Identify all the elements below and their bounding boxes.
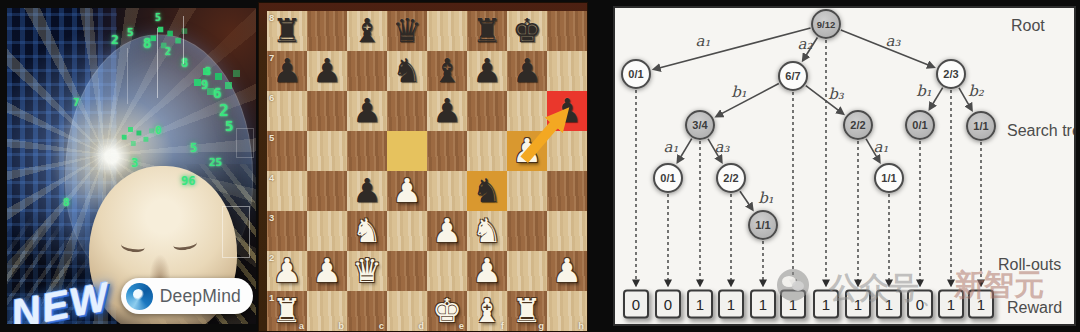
tree-node: 3/4 xyxy=(685,110,715,140)
watermark-separator: 、 xyxy=(922,286,940,310)
black-pawn: ♟ xyxy=(507,51,547,91)
file-label: d xyxy=(418,320,424,331)
square-a8: 8♜ xyxy=(267,11,307,51)
digital-number: 96 xyxy=(181,174,195,188)
edge-label-a₃: a₃ xyxy=(715,138,730,156)
square-c6: ♟ xyxy=(347,91,387,131)
square-e4 xyxy=(427,171,467,211)
square-h6: ♟ xyxy=(547,91,587,131)
circuit-line xyxy=(183,16,184,64)
white-pawn: ♟ xyxy=(467,251,507,291)
edge-label-b₂: b₂ xyxy=(968,82,984,100)
square-e2 xyxy=(427,251,467,291)
square-a6: 6 xyxy=(267,91,307,131)
digital-number: 8 xyxy=(143,35,151,51)
rank-label: 6 xyxy=(269,92,274,103)
white-pawn: ♟ xyxy=(267,251,307,291)
root-label: Root xyxy=(1011,17,1045,35)
file-label: h xyxy=(578,320,584,331)
digital-number: 5 xyxy=(127,26,134,39)
white-rook: ♜ xyxy=(267,291,307,331)
tree-node: 6/7 xyxy=(778,61,808,91)
square-f7: ♟ xyxy=(467,51,507,91)
square-c4: ♟ xyxy=(347,171,387,211)
square-c5 xyxy=(347,131,387,171)
rank-label: 5 xyxy=(269,132,274,143)
black-knight: ♞ xyxy=(467,171,507,211)
square-b2: ♟ xyxy=(307,251,347,291)
square-f1: f♝ xyxy=(467,291,507,331)
closed-eye-left xyxy=(120,238,145,253)
black-bishop: ♝ xyxy=(347,11,387,51)
square-f8: ♜ xyxy=(467,11,507,51)
pixel-cluster xyxy=(203,68,210,75)
black-pawn: ♟ xyxy=(347,171,387,211)
file-label: c xyxy=(379,320,384,331)
edge-label-b₁: b₁ xyxy=(916,82,932,100)
tree-node: 0/1 xyxy=(653,163,683,193)
digital-number: 2 xyxy=(111,32,119,47)
reward-box: 1 xyxy=(718,290,744,319)
square-f2: ♟ xyxy=(467,251,507,291)
deepmind-swirl-icon xyxy=(126,283,153,310)
white-pawn: ♟ xyxy=(427,211,467,251)
black-rook: ♜ xyxy=(267,11,307,51)
square-h3 xyxy=(547,211,587,251)
black-king: ♚ xyxy=(507,11,547,51)
square-e5 xyxy=(427,131,467,171)
reward-box: 1 xyxy=(750,290,776,319)
watermark-text-2: 新智元 xyxy=(954,265,1044,306)
edge-label-a₁: a₁ xyxy=(874,138,889,156)
square-f5 xyxy=(467,131,507,171)
closed-eye-right xyxy=(172,236,197,251)
tree-node: 1/1 xyxy=(748,210,778,240)
screenshot-stage: 25828962530573896255 NEW DeepMind 8♜♝♛♜♚… xyxy=(0,0,1080,332)
square-g6 xyxy=(507,91,547,131)
square-e7: ♝ xyxy=(427,51,467,91)
pixel-cluster xyxy=(158,27,164,33)
square-h1: h xyxy=(547,291,587,331)
square-a4: 4 xyxy=(267,171,307,211)
edge-label-a₂: a₂ xyxy=(798,35,813,53)
square-h2: ♟ xyxy=(547,251,587,291)
square-d6 xyxy=(387,91,427,131)
black-knight: ♞ xyxy=(387,51,427,91)
tree-node: 2/2 xyxy=(843,110,873,140)
digital-number: 8 xyxy=(63,196,70,209)
white-pawn: ♟ xyxy=(507,131,547,171)
white-king: ♚ xyxy=(427,291,467,331)
white-queen: ♛ xyxy=(347,251,387,291)
black-bishop: ♝ xyxy=(427,51,467,91)
square-f3: ♞ xyxy=(467,211,507,251)
black-pawn: ♟ xyxy=(347,91,387,131)
square-c7 xyxy=(347,51,387,91)
square-h5 xyxy=(547,131,587,171)
digital-number: 9 xyxy=(201,78,208,92)
root-node: 9/12 xyxy=(811,9,841,39)
edge-label-a₁: a₁ xyxy=(696,32,711,50)
digital-number: 5 xyxy=(190,141,197,155)
square-b8 xyxy=(307,11,347,51)
black-pawn: ♟ xyxy=(307,51,347,91)
white-knight: ♞ xyxy=(347,211,387,251)
square-e1: e♚ xyxy=(427,291,467,331)
square-d4: ♟ xyxy=(387,171,427,211)
circuit-line xyxy=(127,48,128,104)
digital-number: 6 xyxy=(213,85,221,101)
square-e8 xyxy=(427,11,467,51)
square-c3: ♞ xyxy=(347,211,387,251)
digital-number: 3 xyxy=(131,156,138,170)
square-e3: ♟ xyxy=(427,211,467,251)
rank-label: 3 xyxy=(269,212,274,223)
chess-board: 8♜♝♛♜♚7♟♟♞♝♟♟6♟♟♟5♟4♟♟♞3♞♟♞2♟♟♛♟♟1a♜bcde… xyxy=(267,11,587,331)
white-knight: ♞ xyxy=(467,211,507,251)
square-g7: ♟ xyxy=(507,51,547,91)
edge-label-b₁: b₁ xyxy=(731,83,747,101)
black-pawn: ♟ xyxy=(547,91,587,131)
square-b5 xyxy=(307,131,347,171)
square-h4 xyxy=(547,171,587,211)
square-d1: d xyxy=(387,291,427,331)
white-pawn: ♟ xyxy=(547,251,587,291)
white-bishop: ♝ xyxy=(467,291,507,331)
square-f4: ♞ xyxy=(467,171,507,211)
square-b1: b xyxy=(307,291,347,331)
circuit-box xyxy=(236,128,254,158)
circuit-box xyxy=(222,206,250,258)
deepmind-logo-text: DeepMind xyxy=(160,286,241,307)
square-h8 xyxy=(547,11,587,51)
white-rook: ♜ xyxy=(507,291,547,331)
white-pawn: ♟ xyxy=(307,251,347,291)
tree-node: 2/3 xyxy=(936,59,966,89)
black-rook: ♜ xyxy=(467,11,507,51)
square-b4 xyxy=(307,171,347,211)
chess-panel: 8♜♝♛♜♚7♟♟♞♝♟♟6♟♟♟5♟4♟♟♞3♞♟♞2♟♟♛♟♟1a♜bcde… xyxy=(258,2,588,332)
square-d8: ♛ xyxy=(387,11,427,51)
tree-node: 1/1 xyxy=(966,111,996,141)
white-pawn: ♟ xyxy=(387,171,427,211)
mcts-diagram: Root Search tree Roll-outs Reward a₁a₂a₃… xyxy=(613,6,1076,326)
square-b7: ♟ xyxy=(307,51,347,91)
square-a2: 2♟ xyxy=(267,251,307,291)
digital-number: 5 xyxy=(225,118,233,134)
square-g1: g♜ xyxy=(507,291,547,331)
square-g4 xyxy=(507,171,547,211)
square-d2 xyxy=(387,251,427,291)
search-tree-label: Search tree xyxy=(1007,122,1076,140)
square-g3 xyxy=(507,211,547,251)
edge-label-a₃: a₃ xyxy=(886,32,901,50)
square-a1: 1a♜ xyxy=(267,291,307,331)
edge-label-b₃: b₃ xyxy=(828,85,844,103)
tree-node: 0/1 xyxy=(621,59,651,89)
pixel-cluster xyxy=(128,127,133,132)
square-d5 xyxy=(387,131,427,171)
digital-number: 2 xyxy=(165,46,171,57)
edge-label-b₁: b₁ xyxy=(758,189,774,207)
square-f6 xyxy=(467,91,507,131)
ai-brain-promo-image: 25828962530573896255 NEW DeepMind xyxy=(7,8,256,324)
square-b3 xyxy=(307,211,347,251)
square-c8: ♝ xyxy=(347,11,387,51)
black-pawn: ♟ xyxy=(267,51,307,91)
square-a3: 3 xyxy=(267,211,307,251)
rank-label: 4 xyxy=(269,172,274,183)
square-c2: ♛ xyxy=(347,251,387,291)
square-b6 xyxy=(307,91,347,131)
watermark-text-1: 公众号 xyxy=(829,268,919,309)
deepmind-logo: DeepMind xyxy=(121,278,253,314)
digital-number: 7 xyxy=(73,96,80,109)
tree-node: 1/1 xyxy=(874,163,904,193)
black-queen: ♛ xyxy=(387,11,427,51)
edge-label-a₁: a₁ xyxy=(664,138,679,156)
file-label: b xyxy=(338,320,344,331)
reward-box: 0 xyxy=(655,290,681,319)
tree-node: 2/2 xyxy=(716,163,746,193)
reward-box: 1 xyxy=(687,290,713,319)
digital-number: 25 xyxy=(209,156,222,169)
square-h7 xyxy=(547,51,587,91)
square-d3 xyxy=(387,211,427,251)
tree-node: 0/1 xyxy=(905,110,935,140)
digital-number: 5 xyxy=(155,12,161,23)
reward-box: 0 xyxy=(623,290,649,319)
circuit-line xyxy=(157,28,158,98)
square-g5: ♟ xyxy=(507,131,547,171)
square-d7: ♞ xyxy=(387,51,427,91)
black-pawn: ♟ xyxy=(467,51,507,91)
square-a5: 5 xyxy=(267,131,307,171)
square-g8: ♚ xyxy=(507,11,547,51)
black-pawn: ♟ xyxy=(427,91,467,131)
square-g2 xyxy=(507,251,547,291)
square-c1: c xyxy=(347,291,387,331)
square-e6: ♟ xyxy=(427,91,467,131)
wechat-icon xyxy=(777,269,809,301)
square-a7: 7♟ xyxy=(267,51,307,91)
digital-number: 0 xyxy=(155,124,162,137)
